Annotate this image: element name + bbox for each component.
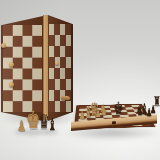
white-knight-piece: ♞ [99,102,107,117]
folded-board-right-panel [48,15,73,121]
wooden-knob [9,62,14,67]
latch-peg [61,96,70,101]
box-clasp [112,121,116,124]
black-rook-piece: ♜ [153,95,160,108]
right-panel-lighting-overlay [48,15,73,121]
white-pawn-floor-piece: ♟ [17,118,25,133]
black-king-piece: ♚ [113,99,123,116]
hinge-edge-strip [43,15,48,120]
wooden-knob [9,82,14,87]
wooden-knob [55,61,59,65]
chess-set-product-photo: ♟ ♝ ♛ ♟ ♞ ♚ ♞ ♝ ♟ ♟ ♜ ♟ ♚ ♛ ♝ [0,0,160,160]
black-bishop-floor-piece: ♝ [47,115,57,132]
wooden-knob [1,43,6,48]
